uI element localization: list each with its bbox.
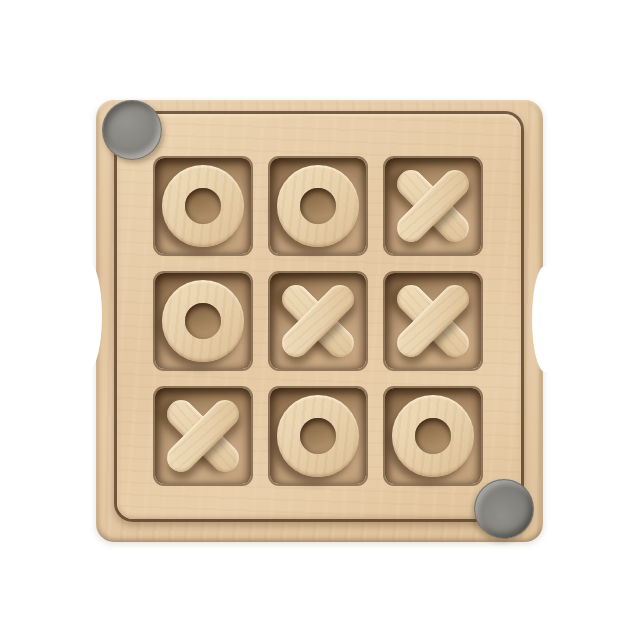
cell-r1c3[interactable] (385, 158, 481, 254)
cell-r1c2[interactable] (270, 158, 366, 254)
piece-o-hole (300, 418, 336, 454)
grip-notch-left (76, 263, 102, 369)
piece-o[interactable] (277, 165, 359, 247)
cell-r3c3[interactable] (385, 388, 481, 484)
piece-x[interactable] (385, 158, 481, 254)
magnet-disc-bottom-right[interactable] (474, 479, 534, 539)
piece-x[interactable] (385, 273, 481, 369)
piece-o[interactable] (162, 280, 244, 362)
tic-tac-toe-grid (155, 158, 481, 484)
piece-x[interactable] (270, 273, 366, 369)
cell-r3c1[interactable] (155, 388, 251, 484)
cell-r1c1[interactable] (155, 158, 251, 254)
piece-x[interactable] (155, 388, 251, 484)
piece-o-hole (415, 418, 451, 454)
cell-r3c2[interactable] (270, 388, 366, 484)
cell-r2c3[interactable] (385, 273, 481, 369)
piece-o[interactable] (162, 165, 244, 247)
magnet-disc-top-left[interactable] (102, 100, 162, 160)
piece-o-hole (300, 188, 336, 224)
cell-r2c2[interactable] (270, 273, 366, 369)
piece-o[interactable] (277, 395, 359, 477)
piece-o-hole (185, 188, 221, 224)
piece-o[interactable] (392, 395, 474, 477)
grip-notch-right (532, 266, 558, 372)
cell-r2c1[interactable] (155, 273, 251, 369)
piece-o-hole (185, 303, 221, 339)
